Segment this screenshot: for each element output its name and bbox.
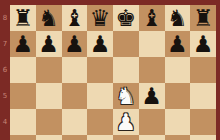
square-e6[interactable] [113,57,139,83]
square-b8[interactable]: ♞ [36,5,62,31]
square-e4[interactable]: ♟ [113,109,139,135]
square-c3[interactable] [62,135,88,140]
black-bishop-piece[interactable]: ♝ [141,5,162,31]
black-pawn-piece[interactable]: ♟ [193,31,214,57]
square-f3[interactable] [139,135,165,140]
black-bishop-piece[interactable]: ♝ [64,5,85,31]
rank-label-6: 6 [0,57,10,83]
square-d6[interactable] [87,57,113,83]
white-pawn-piece[interactable]: ♟ [116,109,137,135]
square-c4[interactable] [62,109,88,135]
black-pawn-piece[interactable]: ♟ [141,83,162,109]
square-c7[interactable]: ♟ [62,31,88,57]
square-h5[interactable] [190,83,216,109]
chess-board: ♜♞♝♛♚♝♞♜♟♟♟♟♟♟♞♟♟ [10,5,216,140]
square-f7[interactable] [139,31,165,57]
rank-label-5: 5 [0,83,10,109]
rank-label-4: 4 [0,109,10,135]
square-b5[interactable] [36,83,62,109]
square-c8[interactable]: ♝ [62,5,88,31]
square-e8[interactable]: ♚ [113,5,139,31]
square-e5[interactable]: ♞ [113,83,139,109]
square-f4[interactable] [139,109,165,135]
square-g7[interactable]: ♟ [165,31,191,57]
square-g4[interactable] [165,109,191,135]
square-d4[interactable] [87,109,113,135]
square-h3[interactable] [190,135,216,140]
square-g3[interactable] [165,135,191,140]
square-a6[interactable] [10,57,36,83]
black-pawn-piece[interactable]: ♟ [13,31,34,57]
square-f5[interactable]: ♟ [139,83,165,109]
square-c6[interactable] [62,57,88,83]
square-b6[interactable] [36,57,62,83]
square-f6[interactable] [139,57,165,83]
rank-label-7: 7 [0,31,10,57]
white-knight-piece[interactable]: ♞ [116,83,137,109]
square-d5[interactable] [87,83,113,109]
rank-labels: 87654 [0,5,10,135]
rank-label-8: 8 [0,5,10,31]
black-pawn-piece[interactable]: ♟ [90,31,111,57]
chess-board-frame: 87654 ♜♞♝♛♚♝♞♜♟♟♟♟♟♟♞♟♟ [0,0,220,140]
square-g8[interactable]: ♞ [165,5,191,31]
square-a4[interactable] [10,109,36,135]
square-h4[interactable] [190,109,216,135]
square-a8[interactable]: ♜ [10,5,36,31]
square-a7[interactable]: ♟ [10,31,36,57]
square-e3[interactable] [113,135,139,140]
black-king-piece[interactable]: ♚ [116,5,137,31]
black-pawn-piece[interactable]: ♟ [38,31,59,57]
black-pawn-piece[interactable]: ♟ [167,31,188,57]
square-h8[interactable]: ♜ [190,5,216,31]
black-rook-piece[interactable]: ♜ [193,5,214,31]
square-g5[interactable] [165,83,191,109]
square-c5[interactable] [62,83,88,109]
square-f8[interactable]: ♝ [139,5,165,31]
black-pawn-piece[interactable]: ♟ [64,31,85,57]
black-knight-piece[interactable]: ♞ [38,5,59,31]
square-a5[interactable] [10,83,36,109]
black-queen-piece[interactable]: ♛ [90,5,111,31]
square-h6[interactable] [190,57,216,83]
square-d3[interactable] [87,135,113,140]
square-d7[interactable]: ♟ [87,31,113,57]
square-b3[interactable] [36,135,62,140]
square-e7[interactable] [113,31,139,57]
square-a3[interactable] [10,135,36,140]
black-knight-piece[interactable]: ♞ [167,5,188,31]
square-d8[interactable]: ♛ [87,5,113,31]
square-b4[interactable] [36,109,62,135]
square-g6[interactable] [165,57,191,83]
square-h7[interactable]: ♟ [190,31,216,57]
square-b7[interactable]: ♟ [36,31,62,57]
black-rook-piece[interactable]: ♜ [13,5,34,31]
